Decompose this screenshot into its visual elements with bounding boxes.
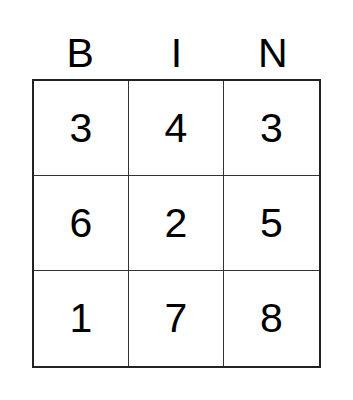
- column-header-i: I: [128, 30, 224, 76]
- cell-r3c1[interactable]: 1: [34, 271, 129, 366]
- cell-r1c2[interactable]: 4: [129, 81, 224, 176]
- column-headers: B I N: [32, 30, 321, 76]
- cell-r2c3[interactable]: 5: [224, 176, 319, 271]
- cell-r1c3[interactable]: 3: [224, 81, 319, 176]
- bingo-grid: 3 4 3 6 2 5 1 7 8: [32, 79, 321, 368]
- column-header-b: B: [32, 30, 128, 76]
- cell-r2c1[interactable]: 6: [34, 176, 129, 271]
- bingo-card: B I N 3 4 3 6 2 5 1 7 8: [0, 0, 353, 400]
- cell-r3c3[interactable]: 8: [224, 271, 319, 366]
- cell-r3c2[interactable]: 7: [129, 271, 224, 366]
- column-header-n: N: [225, 30, 321, 76]
- cell-r2c2[interactable]: 2: [129, 176, 224, 271]
- cell-r1c1[interactable]: 3: [34, 81, 129, 176]
